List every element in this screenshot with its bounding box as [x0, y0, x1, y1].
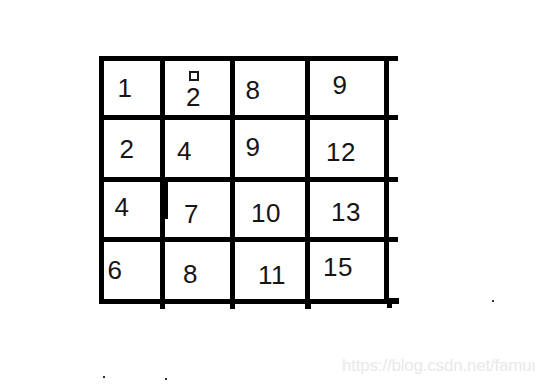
- cell-r4c1: 6: [104, 242, 160, 299]
- cell-r2c1: 2: [104, 120, 160, 177]
- line-overshoot-tick: [230, 303, 235, 309]
- cell-value: 6: [108, 257, 123, 283]
- cell-value: 11: [258, 262, 286, 288]
- cell-value: 8: [246, 77, 261, 103]
- cell-value: 13: [331, 199, 361, 225]
- number-grid-board: 1 2 8 9 2 4 9 12 4 7: [99, 56, 389, 304]
- line-overshoot-tick: [387, 304, 392, 308]
- page-canvas: 1 2 8 9 2 4 9 12 4 7: [0, 0, 535, 386]
- cell-r3c1: 4: [104, 182, 160, 237]
- line-overshoot-tick: [389, 56, 398, 61]
- cell-r4c2: 8: [165, 242, 230, 299]
- cell-value: 15: [323, 254, 353, 280]
- csdn-watermark: https://blog.csdn.net/famur: [342, 356, 535, 376]
- cell-r1c2: 2: [165, 61, 230, 115]
- line-jog-artifact: [165, 180, 168, 219]
- cell-r2c3: 9: [235, 120, 305, 177]
- cell-value: 1: [118, 75, 133, 101]
- line-overshoot-tick: [389, 115, 398, 120]
- line-overshoot-tick: [160, 303, 165, 309]
- cell-value: 4: [115, 194, 130, 220]
- cell-r2c2: 4: [165, 120, 230, 177]
- small-square-icon: [189, 71, 199, 81]
- cell-value: 2: [186, 84, 201, 110]
- line-overshoot-tick: [305, 303, 311, 309]
- cell-value: 9: [246, 134, 261, 160]
- cell-r4c3: 11: [235, 242, 305, 299]
- cell-r3c2: 7: [165, 182, 230, 237]
- cell-r1c3: 8: [235, 61, 305, 115]
- line-overshoot-tick: [389, 237, 398, 242]
- cell-r3c3: 10: [235, 182, 305, 237]
- cell-value: 7: [184, 201, 199, 227]
- cell-r4c4: 15: [310, 242, 384, 299]
- cell-r1c4: 9: [310, 61, 384, 115]
- cell-value: 12: [326, 139, 356, 165]
- cell-value: 8: [183, 261, 198, 287]
- cell-content-stack: 2: [186, 71, 201, 110]
- stray-dot: [492, 300, 494, 302]
- stray-dot: [103, 376, 105, 378]
- cell-value: 9: [333, 72, 348, 98]
- cell-value: 4: [177, 138, 192, 164]
- cell-value: 10: [251, 200, 281, 226]
- cell-r3c4: 13: [310, 182, 384, 237]
- stray-dot: [165, 378, 167, 380]
- cell-r1c1: 1: [104, 61, 160, 115]
- cell-value: 2: [120, 136, 135, 162]
- cell-r2c4: 12: [310, 120, 384, 177]
- line-overshoot-tick: [389, 177, 398, 182]
